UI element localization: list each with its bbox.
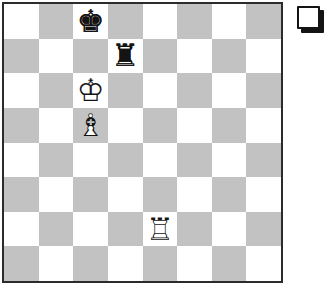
square-f8[interactable] bbox=[177, 4, 212, 39]
square-h5[interactable] bbox=[246, 108, 281, 143]
piece-black-rook[interactable]: ♜♜ bbox=[108, 39, 143, 74]
square-a7[interactable] bbox=[4, 39, 39, 74]
square-b7[interactable] bbox=[39, 39, 74, 74]
square-c1[interactable] bbox=[73, 246, 108, 281]
square-f6[interactable] bbox=[177, 73, 212, 108]
square-g3[interactable] bbox=[212, 177, 247, 212]
square-c3[interactable] bbox=[73, 177, 108, 212]
square-f2[interactable] bbox=[177, 212, 212, 247]
chess-board: ♚♚♜♜♚♔♝♗♜♖ bbox=[2, 2, 283, 283]
square-f7[interactable] bbox=[177, 39, 212, 74]
white-king-glyph: ♔ bbox=[73, 73, 108, 108]
square-g8[interactable] bbox=[212, 4, 247, 39]
square-c5[interactable]: ♝♗ bbox=[73, 108, 108, 143]
square-e6[interactable] bbox=[143, 73, 178, 108]
square-h3[interactable] bbox=[246, 177, 281, 212]
square-g5[interactable] bbox=[212, 108, 247, 143]
square-d6[interactable] bbox=[108, 73, 143, 108]
square-b6[interactable] bbox=[39, 73, 74, 108]
square-a1[interactable] bbox=[4, 246, 39, 281]
square-h8[interactable] bbox=[246, 4, 281, 39]
square-b5[interactable] bbox=[39, 108, 74, 143]
square-c4[interactable] bbox=[73, 143, 108, 178]
square-c2[interactable] bbox=[73, 212, 108, 247]
square-a2[interactable] bbox=[4, 212, 39, 247]
square-d1[interactable] bbox=[108, 246, 143, 281]
piece-white-king[interactable]: ♚♔ bbox=[73, 73, 108, 108]
square-h4[interactable] bbox=[246, 143, 281, 178]
piece-black-king[interactable]: ♚♚ bbox=[73, 4, 108, 39]
square-g2[interactable] bbox=[212, 212, 247, 247]
white-bishop-glyph: ♗ bbox=[73, 108, 108, 143]
square-h2[interactable] bbox=[246, 212, 281, 247]
square-e1[interactable] bbox=[143, 246, 178, 281]
square-c7[interactable] bbox=[73, 39, 108, 74]
square-d5[interactable] bbox=[108, 108, 143, 143]
square-e4[interactable] bbox=[143, 143, 178, 178]
square-e8[interactable] bbox=[143, 4, 178, 39]
square-a8[interactable] bbox=[4, 4, 39, 39]
square-e7[interactable] bbox=[143, 39, 178, 74]
square-f5[interactable] bbox=[177, 108, 212, 143]
square-c8[interactable]: ♚♚ bbox=[73, 4, 108, 39]
square-g4[interactable] bbox=[212, 143, 247, 178]
square-f3[interactable] bbox=[177, 177, 212, 212]
square-h1[interactable] bbox=[246, 246, 281, 281]
piece-white-rook[interactable]: ♜♖ bbox=[143, 212, 178, 247]
square-b1[interactable] bbox=[39, 246, 74, 281]
chess-diagram: ♚♚♜♜♚♔♝♗♜♖ bbox=[0, 0, 329, 285]
square-e3[interactable] bbox=[143, 177, 178, 212]
square-a5[interactable] bbox=[4, 108, 39, 143]
black-rook-glyph: ♜ bbox=[108, 39, 143, 74]
square-d8[interactable] bbox=[108, 4, 143, 39]
square-b2[interactable] bbox=[39, 212, 74, 247]
square-b3[interactable] bbox=[39, 177, 74, 212]
side-to-move-indicator bbox=[297, 6, 320, 29]
square-h7[interactable] bbox=[246, 39, 281, 74]
square-e5[interactable] bbox=[143, 108, 178, 143]
black-king-glyph: ♚ bbox=[73, 4, 108, 39]
square-d7[interactable]: ♜♜ bbox=[108, 39, 143, 74]
square-d4[interactable] bbox=[108, 143, 143, 178]
square-f4[interactable] bbox=[177, 143, 212, 178]
square-d2[interactable] bbox=[108, 212, 143, 247]
square-b4[interactable] bbox=[39, 143, 74, 178]
piece-white-bishop[interactable]: ♝♗ bbox=[73, 108, 108, 143]
square-e2[interactable]: ♜♖ bbox=[143, 212, 178, 247]
square-d3[interactable] bbox=[108, 177, 143, 212]
square-a6[interactable] bbox=[4, 73, 39, 108]
square-g6[interactable] bbox=[212, 73, 247, 108]
square-h6[interactable] bbox=[246, 73, 281, 108]
white-rook-glyph: ♖ bbox=[143, 212, 178, 247]
square-f1[interactable] bbox=[177, 246, 212, 281]
square-c6[interactable]: ♚♔ bbox=[73, 73, 108, 108]
square-g7[interactable] bbox=[212, 39, 247, 74]
square-b8[interactable] bbox=[39, 4, 74, 39]
square-a4[interactable] bbox=[4, 143, 39, 178]
square-a3[interactable] bbox=[4, 177, 39, 212]
square-g1[interactable] bbox=[212, 246, 247, 281]
